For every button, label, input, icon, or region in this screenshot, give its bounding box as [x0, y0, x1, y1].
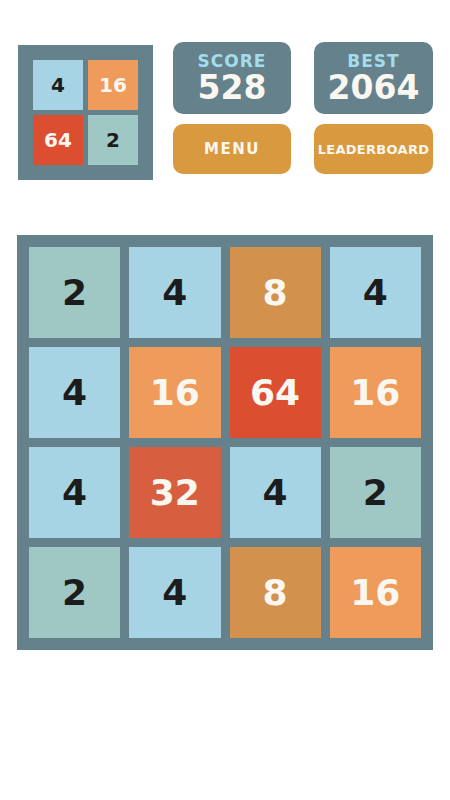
leaderboard-button[interactable]: LEADERBOARD [314, 124, 433, 174]
tile-2: 2 [29, 247, 120, 338]
tile-4: 4 [129, 247, 220, 338]
menu-button[interactable]: MENU [173, 124, 291, 174]
best-value: 2064 [328, 71, 420, 106]
mini-tile-4: 4 [33, 60, 83, 110]
tile-2: 2 [29, 547, 120, 638]
tile-16: 16 [129, 347, 220, 438]
mini-tile-2: 2 [88, 115, 138, 165]
tile-16: 16 [330, 547, 421, 638]
tile-4: 4 [29, 447, 120, 538]
score-badge: SCORE 528 [173, 42, 291, 114]
mini-board: 416642 [18, 45, 153, 180]
tile-4: 4 [230, 447, 321, 538]
tile-8: 8 [230, 247, 321, 338]
tile-2: 2 [330, 447, 421, 538]
tile-32: 32 [129, 447, 220, 538]
mini-tile-16: 16 [88, 60, 138, 110]
tile-4: 4 [29, 347, 120, 438]
tile-4: 4 [129, 547, 220, 638]
tile-4: 4 [330, 247, 421, 338]
tile-8: 8 [230, 547, 321, 638]
best-badge: BEST 2064 [314, 42, 433, 114]
tile-16: 16 [330, 347, 421, 438]
tile-64: 64 [230, 347, 321, 438]
game-board[interactable]: 248441664164324224816 [17, 235, 433, 650]
score-value: 528 [198, 71, 267, 106]
mini-tile-64: 64 [33, 115, 83, 165]
